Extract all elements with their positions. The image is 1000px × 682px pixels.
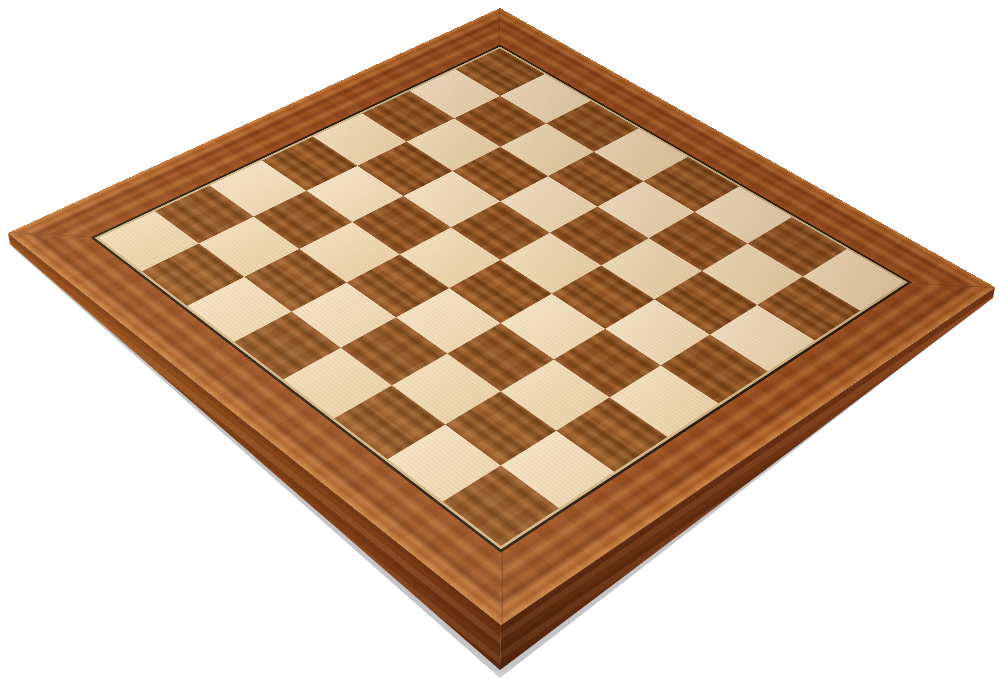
product-photo-stage <box>0 0 1000 682</box>
playing-field <box>98 48 903 546</box>
chess-board <box>8 8 995 625</box>
